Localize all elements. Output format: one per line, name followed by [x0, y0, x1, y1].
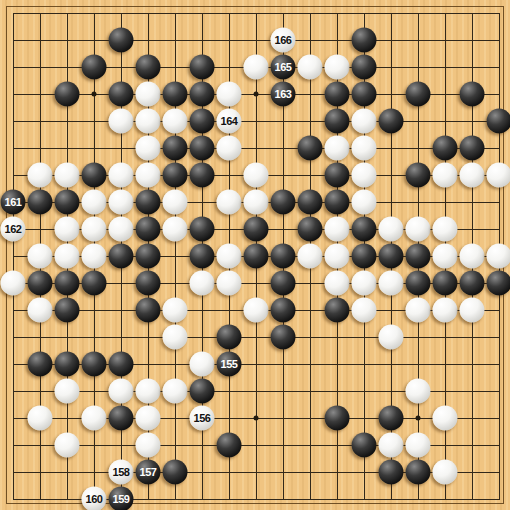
stone-white[interactable] — [244, 55, 269, 80]
stone-white[interactable] — [109, 109, 134, 134]
stone-black[interactable] — [271, 190, 296, 215]
stone-black[interactable] — [28, 352, 53, 377]
move-number-label: 157 — [140, 467, 157, 478]
stone-white[interactable] — [109, 163, 134, 188]
stone-white[interactable] — [28, 406, 53, 431]
move-number-label: 163 — [275, 89, 292, 100]
stone-white[interactable] — [379, 271, 404, 296]
stone-white[interactable]: 166 — [271, 28, 296, 53]
grid-line-horizontal — [13, 337, 500, 338]
stone-black[interactable] — [190, 109, 215, 134]
stone-black[interactable] — [460, 271, 485, 296]
stone-black[interactable] — [136, 217, 161, 242]
stone-white[interactable] — [379, 433, 404, 458]
stone-white[interactable]: 160 — [82, 487, 107, 510]
stone-black[interactable] — [136, 271, 161, 296]
stone-white[interactable] — [109, 217, 134, 242]
stone-black[interactable] — [325, 190, 350, 215]
stone-white[interactable] — [217, 271, 242, 296]
stone-white[interactable] — [82, 244, 107, 269]
stone-black[interactable]: 157 — [136, 460, 161, 485]
stone-white[interactable] — [1, 271, 26, 296]
stone-black[interactable] — [163, 136, 188, 161]
stone-white[interactable] — [28, 298, 53, 323]
stone-white[interactable] — [217, 244, 242, 269]
stone-white[interactable] — [55, 163, 80, 188]
stone-black[interactable] — [433, 271, 458, 296]
stone-black[interactable] — [406, 82, 431, 107]
stone-white[interactable] — [190, 352, 215, 377]
stone-black[interactable] — [217, 433, 242, 458]
stone-white[interactable] — [136, 109, 161, 134]
stone-black[interactable] — [325, 406, 350, 431]
move-number-label: 161 — [5, 197, 22, 208]
stone-white[interactable] — [163, 379, 188, 404]
stone-black[interactable] — [298, 190, 323, 215]
stone-black[interactable]: 159 — [109, 487, 134, 510]
stone-black[interactable] — [190, 55, 215, 80]
stone-black[interactable] — [82, 163, 107, 188]
stone-black[interactable] — [55, 298, 80, 323]
stone-black[interactable] — [406, 244, 431, 269]
stone-white[interactable] — [217, 190, 242, 215]
stone-white[interactable] — [352, 271, 377, 296]
stone-black[interactable] — [487, 109, 510, 134]
stone-white[interactable] — [109, 190, 134, 215]
stone-white[interactable] — [163, 298, 188, 323]
stone-white[interactable] — [325, 55, 350, 80]
stone-black[interactable] — [190, 379, 215, 404]
stone-black[interactable] — [406, 460, 431, 485]
move-number-label: 165 — [275, 62, 292, 73]
stone-white[interactable] — [325, 217, 350, 242]
stone-black[interactable] — [109, 406, 134, 431]
move-number-label: 160 — [86, 494, 103, 505]
star-point — [254, 416, 259, 421]
stone-white[interactable] — [109, 379, 134, 404]
stone-black[interactable] — [55, 352, 80, 377]
stone-white[interactable] — [136, 163, 161, 188]
stone-black[interactable] — [244, 217, 269, 242]
stone-white[interactable] — [136, 433, 161, 458]
stone-white[interactable] — [433, 298, 458, 323]
stone-black[interactable]: 165 — [271, 55, 296, 80]
stone-black[interactable] — [379, 244, 404, 269]
stone-white[interactable] — [352, 109, 377, 134]
stone-black[interactable] — [379, 406, 404, 431]
stone-black[interactable] — [136, 298, 161, 323]
stone-black[interactable] — [298, 217, 323, 242]
stone-white[interactable]: 164 — [217, 109, 242, 134]
stone-white[interactable] — [433, 217, 458, 242]
stone-black[interactable] — [28, 190, 53, 215]
stone-black[interactable] — [190, 163, 215, 188]
stone-black[interactable] — [244, 244, 269, 269]
stone-white[interactable]: 162 — [1, 217, 26, 242]
stone-black[interactable] — [433, 136, 458, 161]
stone-black[interactable] — [136, 190, 161, 215]
stone-white[interactable] — [352, 136, 377, 161]
stone-white[interactable] — [325, 244, 350, 269]
stone-black[interactable] — [136, 55, 161, 80]
stone-white[interactable] — [487, 163, 510, 188]
stone-black[interactable] — [271, 244, 296, 269]
stone-black[interactable] — [163, 82, 188, 107]
star-point — [92, 92, 97, 97]
move-number-label: 159 — [113, 494, 130, 505]
stone-white[interactable] — [55, 217, 80, 242]
stone-black[interactable] — [109, 28, 134, 53]
stone-black[interactable] — [109, 82, 134, 107]
stone-white[interactable] — [352, 298, 377, 323]
stone-black[interactable] — [352, 28, 377, 53]
star-point — [254, 92, 259, 97]
stone-white[interactable] — [136, 136, 161, 161]
stone-white[interactable] — [28, 244, 53, 269]
stone-white[interactable] — [55, 379, 80, 404]
stone-black[interactable] — [190, 217, 215, 242]
stone-black[interactable] — [190, 136, 215, 161]
stone-black[interactable] — [163, 460, 188, 485]
stone-white[interactable] — [379, 325, 404, 350]
move-number-label: 155 — [221, 359, 238, 370]
stone-black[interactable] — [271, 271, 296, 296]
stone-black[interactable] — [487, 271, 510, 296]
stone-white[interactable] — [352, 163, 377, 188]
stone-black[interactable] — [406, 271, 431, 296]
stone-black[interactable] — [28, 271, 53, 296]
stone-black[interactable]: 161 — [1, 190, 26, 215]
stone-black[interactable] — [55, 271, 80, 296]
stone-white[interactable] — [433, 460, 458, 485]
stone-white[interactable] — [244, 163, 269, 188]
stone-black[interactable] — [109, 352, 134, 377]
stone-white[interactable] — [136, 82, 161, 107]
stone-white[interactable] — [190, 271, 215, 296]
stone-black[interactable] — [406, 163, 431, 188]
stone-black[interactable] — [325, 163, 350, 188]
stone-white[interactable] — [406, 298, 431, 323]
stone-white[interactable] — [55, 433, 80, 458]
stone-white[interactable] — [325, 136, 350, 161]
stone-black[interactable] — [325, 82, 350, 107]
stone-black[interactable] — [352, 55, 377, 80]
move-number-label: 162 — [5, 224, 22, 235]
stone-white[interactable] — [433, 244, 458, 269]
stone-black[interactable] — [55, 190, 80, 215]
stone-white[interactable] — [433, 406, 458, 431]
stone-white[interactable] — [244, 298, 269, 323]
stone-black[interactable] — [460, 136, 485, 161]
move-number-label: 164 — [221, 116, 238, 127]
stone-white[interactable] — [298, 55, 323, 80]
stone-white[interactable] — [217, 136, 242, 161]
stone-white[interactable] — [325, 271, 350, 296]
stone-black[interactable] — [298, 136, 323, 161]
stone-white[interactable] — [55, 244, 80, 269]
stone-white[interactable] — [82, 217, 107, 242]
stone-black[interactable] — [217, 325, 242, 350]
stone-black[interactable] — [55, 82, 80, 107]
stone-black[interactable] — [271, 325, 296, 350]
stone-black[interactable] — [379, 109, 404, 134]
stone-black[interactable] — [82, 352, 107, 377]
stone-black[interactable] — [352, 433, 377, 458]
stone-white[interactable] — [217, 82, 242, 107]
stone-white[interactable] — [352, 190, 377, 215]
stone-black[interactable] — [82, 271, 107, 296]
stone-white[interactable] — [298, 244, 323, 269]
stone-black[interactable] — [352, 217, 377, 242]
stone-black[interactable] — [82, 55, 107, 80]
stone-white[interactable] — [433, 163, 458, 188]
stone-black[interactable] — [136, 244, 161, 269]
stone-black[interactable] — [352, 82, 377, 107]
stone-black[interactable] — [352, 244, 377, 269]
stone-white[interactable] — [82, 190, 107, 215]
stone-white[interactable] — [136, 406, 161, 431]
move-number-label: 156 — [194, 413, 211, 424]
stone-black[interactable] — [325, 298, 350, 323]
stone-black[interactable]: 163 — [271, 82, 296, 107]
stone-white[interactable] — [244, 190, 269, 215]
stone-white[interactable] — [487, 244, 510, 269]
stone-black[interactable] — [460, 82, 485, 107]
stone-white[interactable] — [460, 244, 485, 269]
stone-black[interactable] — [379, 460, 404, 485]
move-number-label: 166 — [275, 35, 292, 46]
stone-white[interactable]: 156 — [190, 406, 215, 431]
stone-black[interactable] — [190, 82, 215, 107]
stone-black[interactable] — [325, 109, 350, 134]
stone-black[interactable] — [109, 244, 134, 269]
stone-white[interactable] — [163, 325, 188, 350]
star-point — [416, 416, 421, 421]
stone-black[interactable]: 155 — [217, 352, 242, 377]
stone-white[interactable]: 158 — [109, 460, 134, 485]
go-board[interactable]: 166165163164161162155156158157160159 — [0, 0, 510, 510]
stone-white[interactable] — [163, 109, 188, 134]
stone-white[interactable] — [379, 217, 404, 242]
stone-black[interactable] — [163, 163, 188, 188]
stone-white[interactable] — [28, 163, 53, 188]
stone-white[interactable] — [406, 379, 431, 404]
stone-black[interactable] — [190, 244, 215, 269]
move-number-label: 158 — [113, 467, 130, 478]
stone-white[interactable] — [163, 190, 188, 215]
stone-white[interactable] — [406, 433, 431, 458]
stone-white[interactable] — [406, 217, 431, 242]
stone-black[interactable] — [271, 298, 296, 323]
stone-white[interactable] — [82, 406, 107, 431]
stone-white[interactable] — [460, 163, 485, 188]
stone-white[interactable] — [136, 379, 161, 404]
stone-white[interactable] — [460, 298, 485, 323]
stone-white[interactable] — [163, 217, 188, 242]
